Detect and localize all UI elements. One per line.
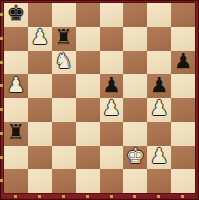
black-rook: ♜: [54, 27, 73, 49]
square-d5[interactable]: [76, 74, 100, 98]
square-d3[interactable]: [76, 122, 100, 146]
square-c4[interactable]: [52, 98, 76, 122]
white-pawn: ♟: [7, 74, 26, 96]
black-rook: ♜: [7, 122, 26, 144]
file-marker: [62, 195, 65, 198]
square-h8[interactable]: [171, 3, 195, 27]
rank-marker: [0, 37, 3, 40]
black-pawn: ♟: [150, 74, 169, 96]
file-marker: [38, 195, 41, 198]
square-e8[interactable]: [100, 3, 124, 27]
square-b2[interactable]: [28, 146, 52, 170]
square-g6[interactable]: [147, 51, 171, 75]
file-marker: [86, 195, 89, 198]
square-g8[interactable]: [147, 3, 171, 27]
file-marker: [181, 195, 184, 198]
square-e6[interactable]: [100, 51, 124, 75]
rank-marker: [0, 84, 3, 87]
file-marker: [157, 195, 160, 198]
square-d7[interactable]: [76, 27, 100, 51]
black-pawn: ♟: [102, 74, 121, 96]
white-pawn: ♟: [150, 98, 169, 120]
file-marker: [14, 195, 17, 198]
square-h5[interactable]: [171, 74, 195, 98]
black-king: ♚: [7, 3, 26, 25]
square-a3[interactable]: ♜: [4, 122, 28, 146]
square-c1[interactable]: [52, 169, 76, 193]
square-c6[interactable]: ♞: [52, 51, 76, 75]
square-d1[interactable]: [76, 169, 100, 193]
square-c2[interactable]: [52, 146, 76, 170]
rank-marker: [0, 132, 3, 135]
square-f8[interactable]: [123, 3, 147, 27]
square-g5[interactable]: ♟: [147, 74, 171, 98]
square-b8[interactable]: [28, 3, 52, 27]
square-a8[interactable]: ♚: [4, 3, 28, 27]
rank-marker: [0, 156, 3, 159]
square-f2[interactable]: ♚: [123, 146, 147, 170]
square-g4[interactable]: ♟: [147, 98, 171, 122]
chessboard-window: ♚♟♜♞♟♟♟♟♟♟♜♚♟: [0, 0, 199, 200]
square-d4[interactable]: [76, 98, 100, 122]
white-pawn: ♟: [102, 98, 121, 120]
square-f4[interactable]: [123, 98, 147, 122]
square-g3[interactable]: [147, 122, 171, 146]
square-g2[interactable]: ♟: [147, 146, 171, 170]
black-pawn: ♟: [174, 51, 193, 73]
square-e7[interactable]: [100, 27, 124, 51]
square-e3[interactable]: [100, 122, 124, 146]
square-g1[interactable]: [147, 169, 171, 193]
square-h2[interactable]: [171, 146, 195, 170]
square-a2[interactable]: [4, 146, 28, 170]
square-e4[interactable]: ♟: [100, 98, 124, 122]
square-c3[interactable]: [52, 122, 76, 146]
square-h4[interactable]: [171, 98, 195, 122]
square-e1[interactable]: [100, 169, 124, 193]
square-c7[interactable]: ♜: [52, 27, 76, 51]
square-a5[interactable]: ♟: [4, 74, 28, 98]
file-marker: [133, 195, 136, 198]
square-e2[interactable]: [100, 146, 124, 170]
square-b6[interactable]: [28, 51, 52, 75]
square-e5[interactable]: ♟: [100, 74, 124, 98]
square-f6[interactable]: [123, 51, 147, 75]
square-f3[interactable]: [123, 122, 147, 146]
square-b4[interactable]: [28, 98, 52, 122]
rank-marker: [0, 179, 3, 182]
square-h1[interactable]: [171, 169, 195, 193]
square-f1[interactable]: [123, 169, 147, 193]
square-b3[interactable]: [28, 122, 52, 146]
square-c5[interactable]: [52, 74, 76, 98]
file-marker: [110, 195, 113, 198]
square-b1[interactable]: [28, 169, 52, 193]
square-b5[interactable]: [28, 74, 52, 98]
square-g7[interactable]: [147, 27, 171, 51]
white-pawn: ♟: [30, 27, 49, 49]
square-f7[interactable]: [123, 27, 147, 51]
square-a1[interactable]: [4, 169, 28, 193]
square-a7[interactable]: [4, 27, 28, 51]
square-h3[interactable]: [171, 122, 195, 146]
square-h6[interactable]: ♟: [171, 51, 195, 75]
square-a6[interactable]: [4, 51, 28, 75]
square-a4[interactable]: [4, 98, 28, 122]
square-h7[interactable]: [171, 27, 195, 51]
square-c8[interactable]: [52, 3, 76, 27]
square-f5[interactable]: [123, 74, 147, 98]
rank-marker: [0, 108, 3, 111]
white-pawn: ♟: [150, 146, 169, 168]
square-d2[interactable]: [76, 146, 100, 170]
white-king: ♚: [126, 146, 145, 168]
rank-marker: [0, 13, 3, 16]
white-knight: ♞: [54, 51, 73, 73]
square-b7[interactable]: ♟: [28, 27, 52, 51]
chessboard: ♚♟♜♞♟♟♟♟♟♟♜♚♟: [4, 3, 195, 193]
square-d6[interactable]: [76, 51, 100, 75]
rank-marker: [0, 61, 3, 64]
square-d8[interactable]: [76, 3, 100, 27]
